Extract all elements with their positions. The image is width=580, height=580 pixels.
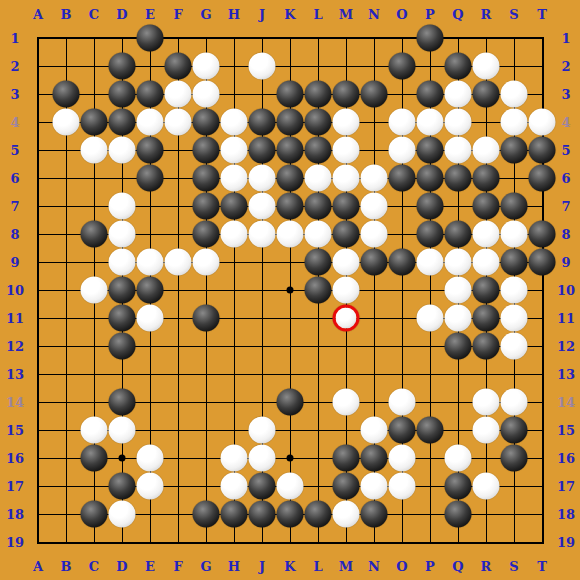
stone-black-G11: [193, 305, 220, 332]
stone-black-G7: [193, 193, 220, 220]
stone-black-B3: [53, 81, 80, 108]
stone-black-J17: [249, 473, 276, 500]
stone-white-Q10: [445, 277, 472, 304]
stone-white-G9: [193, 249, 220, 276]
coord-label-left-6: 6: [10, 172, 19, 185]
stone-black-O6: [389, 165, 416, 192]
go-board[interactable]: AABBCCDDEEFFGGHHJJKKLLMMNNOOPPQQRRSSTT11…: [0, 0, 580, 580]
stone-white-H4: [221, 109, 248, 136]
stone-white-C15: [81, 417, 108, 444]
coord-label-left-10: 10: [6, 284, 24, 297]
stone-black-S15: [501, 417, 528, 444]
stone-white-F9: [165, 249, 192, 276]
stone-black-E6: [137, 165, 164, 192]
stone-black-R10: [473, 277, 500, 304]
stone-white-M10: [333, 277, 360, 304]
stone-black-S5: [501, 137, 528, 164]
coord-label-top-R: R: [481, 8, 492, 21]
stone-white-E17: [137, 473, 164, 500]
stone-white-Q16: [445, 445, 472, 472]
stone-black-Q17: [445, 473, 472, 500]
coord-label-top-N: N: [368, 8, 380, 21]
coord-label-left-8: 8: [10, 228, 19, 241]
coord-label-bottom-E: E: [145, 560, 155, 573]
stone-black-K3: [277, 81, 304, 108]
stone-white-N8: [361, 221, 388, 248]
stone-black-L7: [305, 193, 332, 220]
stone-white-Q5: [445, 137, 472, 164]
stone-white-N17: [361, 473, 388, 500]
stone-white-G2: [193, 53, 220, 80]
stone-black-G8: [193, 221, 220, 248]
stone-black-H7: [221, 193, 248, 220]
coord-label-bottom-K: K: [284, 560, 295, 573]
stone-black-D2: [109, 53, 136, 80]
stone-black-H18: [221, 501, 248, 528]
stone-black-T6: [529, 165, 556, 192]
coord-label-bottom-S: S: [509, 560, 518, 573]
coord-label-top-B: B: [61, 8, 72, 21]
stone-black-O9: [389, 249, 416, 276]
coord-label-right-15: 15: [557, 424, 575, 437]
stone-white-N15: [361, 417, 388, 444]
stone-white-N7: [361, 193, 388, 220]
stone-black-P7: [417, 193, 444, 220]
stone-white-H5: [221, 137, 248, 164]
coord-label-top-C: C: [89, 8, 99, 21]
stone-white-H8: [221, 221, 248, 248]
coord-label-left-5: 5: [10, 144, 19, 157]
stone-white-C5: [81, 137, 108, 164]
stone-white-E11: [137, 305, 164, 332]
stone-black-P3: [417, 81, 444, 108]
stone-white-D15: [109, 417, 136, 444]
star-point-D16: [119, 455, 126, 462]
stone-white-S11: [501, 305, 528, 332]
stone-black-E1: [137, 25, 164, 52]
coord-label-bottom-O: O: [396, 560, 407, 573]
stone-white-D18: [109, 501, 136, 528]
stone-black-S9: [501, 249, 528, 276]
stone-white-S3: [501, 81, 528, 108]
stone-black-S16: [501, 445, 528, 472]
stone-white-M9: [333, 249, 360, 276]
coord-label-right-17: 17: [557, 480, 575, 493]
stone-white-O16: [389, 445, 416, 472]
stone-white-O17: [389, 473, 416, 500]
stone-black-R12: [473, 333, 500, 360]
stone-black-C8: [81, 221, 108, 248]
stone-black-K7: [277, 193, 304, 220]
coord-label-right-6: 6: [561, 172, 570, 185]
stone-black-N18: [361, 501, 388, 528]
stone-black-D17: [109, 473, 136, 500]
stone-white-Q11: [445, 305, 472, 332]
stone-white-S14: [501, 389, 528, 416]
coord-label-left-7: 7: [10, 200, 19, 213]
coord-label-bottom-P: P: [425, 560, 435, 573]
stone-black-T8: [529, 221, 556, 248]
stone-black-P15: [417, 417, 444, 444]
coord-label-bottom-N: N: [368, 560, 380, 573]
stone-white-J6: [249, 165, 276, 192]
stone-white-H17: [221, 473, 248, 500]
stone-black-D11: [109, 305, 136, 332]
stone-white-S4: [501, 109, 528, 136]
stone-black-L9: [305, 249, 332, 276]
stone-white-B4: [53, 109, 80, 136]
stone-white-D5: [109, 137, 136, 164]
star-point-K16: [287, 455, 294, 462]
stone-white-E9: [137, 249, 164, 276]
stone-black-G6: [193, 165, 220, 192]
coord-label-bottom-H: H: [228, 560, 240, 573]
stone-black-R11: [473, 305, 500, 332]
coord-label-bottom-Q: Q: [452, 560, 463, 573]
coord-label-left-16: 16: [6, 452, 24, 465]
coord-label-top-D: D: [116, 8, 127, 21]
stone-white-P4: [417, 109, 444, 136]
coord-label-bottom-T: T: [537, 560, 547, 573]
coord-label-top-G: G: [200, 8, 211, 21]
stone-white-N6: [361, 165, 388, 192]
stone-black-G18: [193, 501, 220, 528]
coord-label-right-11: 11: [557, 312, 575, 325]
stone-white-P9: [417, 249, 444, 276]
stone-black-E5: [137, 137, 164, 164]
coord-label-left-1: 1: [10, 32, 19, 45]
stone-black-M16: [333, 445, 360, 472]
coord-label-right-13: 13: [557, 368, 575, 381]
stone-white-D9: [109, 249, 136, 276]
coord-label-left-17: 17: [6, 480, 24, 493]
coord-label-bottom-G: G: [200, 560, 211, 573]
stone-black-C18: [81, 501, 108, 528]
stone-black-K5: [277, 137, 304, 164]
coord-label-left-13: 13: [6, 368, 24, 381]
coord-label-bottom-J: J: [259, 560, 265, 573]
stone-black-O2: [389, 53, 416, 80]
coord-label-left-4: 4: [10, 116, 19, 129]
coord-label-left-2: 2: [10, 60, 19, 73]
stone-black-T5: [529, 137, 556, 164]
coord-label-top-H: H: [228, 8, 240, 21]
coord-label-top-T: T: [537, 8, 547, 21]
stone-black-S7: [501, 193, 528, 220]
coord-label-right-4: 4: [561, 116, 570, 129]
coord-label-top-J: J: [259, 8, 265, 21]
stone-black-P5: [417, 137, 444, 164]
stone-black-K14: [277, 389, 304, 416]
coord-label-top-M: M: [339, 8, 353, 21]
stone-black-C16: [81, 445, 108, 472]
stone-black-T9: [529, 249, 556, 276]
coord-label-top-S: S: [509, 8, 518, 21]
stone-black-P8: [417, 221, 444, 248]
stone-black-D14: [109, 389, 136, 416]
coord-label-left-9: 9: [10, 256, 19, 269]
stone-black-N3: [361, 81, 388, 108]
stone-black-R7: [473, 193, 500, 220]
stone-white-M18: [333, 501, 360, 528]
stone-black-Q6: [445, 165, 472, 192]
stone-black-J18: [249, 501, 276, 528]
coord-label-right-16: 16: [557, 452, 575, 465]
stone-white-L6: [305, 165, 332, 192]
stone-white-R2: [473, 53, 500, 80]
stone-black-L5: [305, 137, 332, 164]
coord-label-top-P: P: [425, 8, 435, 21]
stone-black-M17: [333, 473, 360, 500]
stone-white-E4: [137, 109, 164, 136]
coord-label-right-5: 5: [561, 144, 570, 157]
last-move-stone-white-M11: [333, 305, 360, 332]
stone-white-Q4: [445, 109, 472, 136]
stone-black-L4: [305, 109, 332, 136]
stone-black-R3: [473, 81, 500, 108]
coord-label-right-12: 12: [557, 340, 575, 353]
coord-label-bottom-M: M: [339, 560, 353, 573]
stone-white-D7: [109, 193, 136, 220]
coord-label-left-15: 15: [6, 424, 24, 437]
coord-label-right-3: 3: [561, 88, 570, 101]
coord-label-left-12: 12: [6, 340, 24, 353]
stone-white-L8: [305, 221, 332, 248]
stone-white-O4: [389, 109, 416, 136]
stone-black-N9: [361, 249, 388, 276]
coord-label-bottom-D: D: [116, 560, 127, 573]
stone-white-Q9: [445, 249, 472, 276]
coord-label-bottom-R: R: [481, 560, 492, 573]
stone-black-D12: [109, 333, 136, 360]
stone-black-C4: [81, 109, 108, 136]
stone-black-K4: [277, 109, 304, 136]
stone-white-O14: [389, 389, 416, 416]
stone-white-J15: [249, 417, 276, 444]
stone-white-H6: [221, 165, 248, 192]
stone-black-D10: [109, 277, 136, 304]
stone-black-L3: [305, 81, 332, 108]
stone-white-C10: [81, 277, 108, 304]
coord-label-right-1: 1: [561, 32, 570, 45]
coord-label-right-7: 7: [561, 200, 570, 213]
coord-label-top-A: A: [33, 8, 43, 21]
stone-black-G5: [193, 137, 220, 164]
coord-label-left-19: 19: [6, 536, 24, 549]
stone-white-J16: [249, 445, 276, 472]
coord-label-right-14: 14: [557, 396, 575, 409]
stone-black-Q2: [445, 53, 472, 80]
stone-white-M5: [333, 137, 360, 164]
stone-black-M7: [333, 193, 360, 220]
stone-white-P11: [417, 305, 444, 332]
stone-black-M8: [333, 221, 360, 248]
stone-white-R17: [473, 473, 500, 500]
coord-label-top-L: L: [313, 8, 322, 21]
stone-white-R8: [473, 221, 500, 248]
coord-label-top-E: E: [145, 8, 155, 21]
stone-black-L18: [305, 501, 332, 528]
coord-label-right-19: 19: [557, 536, 575, 549]
coord-label-left-3: 3: [10, 88, 19, 101]
coord-label-bottom-C: C: [89, 560, 99, 573]
stone-black-R6: [473, 165, 500, 192]
stone-white-J7: [249, 193, 276, 220]
coord-label-left-18: 18: [6, 508, 24, 521]
coord-label-left-11: 11: [6, 312, 24, 325]
coord-label-bottom-L: L: [313, 560, 322, 573]
stone-white-J2: [249, 53, 276, 80]
stone-black-M3: [333, 81, 360, 108]
coord-label-right-2: 2: [561, 60, 570, 73]
stone-white-H16: [221, 445, 248, 472]
stone-black-P6: [417, 165, 444, 192]
coord-label-right-10: 10: [557, 284, 575, 297]
stone-white-R5: [473, 137, 500, 164]
stone-black-P1: [417, 25, 444, 52]
stone-white-E16: [137, 445, 164, 472]
stone-black-E10: [137, 277, 164, 304]
coord-label-top-Q: Q: [452, 8, 463, 21]
stone-black-K6: [277, 165, 304, 192]
stone-white-R15: [473, 417, 500, 444]
coord-label-right-18: 18: [557, 508, 575, 521]
stone-white-R9: [473, 249, 500, 276]
stone-black-J5: [249, 137, 276, 164]
stone-white-G3: [193, 81, 220, 108]
stone-white-M4: [333, 109, 360, 136]
stone-black-G4: [193, 109, 220, 136]
stone-white-S10: [501, 277, 528, 304]
stone-white-F3: [165, 81, 192, 108]
stone-black-Q12: [445, 333, 472, 360]
stone-black-Q18: [445, 501, 472, 528]
coord-label-top-O: O: [396, 8, 407, 21]
stone-white-T4: [529, 109, 556, 136]
coord-label-right-9: 9: [561, 256, 570, 269]
coord-label-top-F: F: [173, 8, 182, 21]
stone-black-N16: [361, 445, 388, 472]
stone-white-S12: [501, 333, 528, 360]
coord-label-left-14: 14: [6, 396, 24, 409]
coord-label-bottom-B: B: [61, 560, 72, 573]
stone-white-O5: [389, 137, 416, 164]
stone-white-M6: [333, 165, 360, 192]
stone-black-J4: [249, 109, 276, 136]
star-point-K10: [287, 287, 294, 294]
stone-black-D3: [109, 81, 136, 108]
stone-white-M14: [333, 389, 360, 416]
stone-white-K8: [277, 221, 304, 248]
coord-label-right-8: 8: [561, 228, 570, 241]
stone-black-K18: [277, 501, 304, 528]
stone-white-R14: [473, 389, 500, 416]
stone-white-S8: [501, 221, 528, 248]
stone-black-L10: [305, 277, 332, 304]
stone-white-D8: [109, 221, 136, 248]
stone-black-F2: [165, 53, 192, 80]
coord-label-bottom-A: A: [33, 560, 43, 573]
stone-black-O15: [389, 417, 416, 444]
stone-white-Q3: [445, 81, 472, 108]
stone-white-J8: [249, 221, 276, 248]
coord-label-top-K: K: [284, 8, 295, 21]
stone-white-F4: [165, 109, 192, 136]
stone-black-E3: [137, 81, 164, 108]
stone-white-K17: [277, 473, 304, 500]
coord-label-bottom-F: F: [173, 560, 182, 573]
stone-black-D4: [109, 109, 136, 136]
stone-black-Q8: [445, 221, 472, 248]
